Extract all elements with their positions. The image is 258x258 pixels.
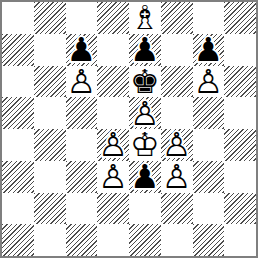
white-pawn-icon: ♙ — [97, 161, 129, 193]
white-pawn-icon: ♙ — [97, 129, 129, 161]
square-a3[interactable] — [2, 161, 34, 193]
square-b7[interactable] — [34, 34, 66, 66]
piece-halo: ♟ — [129, 161, 161, 193]
square-c1[interactable] — [66, 224, 98, 256]
square-d2[interactable] — [97, 193, 129, 225]
black-pawn-icon: ♟ — [129, 161, 161, 193]
piece-halo: ♚ — [129, 66, 161, 98]
square-h2[interactable] — [224, 193, 256, 225]
piece-halo: ♟ — [161, 161, 193, 193]
square-b1[interactable] — [34, 224, 66, 256]
chess-board: ♝♗♟♟♟♟♟♟♟♙♚♚♟♙♟♙♟♙♚♔♟♙♟♙♟♟♟♙ — [2, 2, 256, 256]
piece-halo: ♟ — [66, 34, 98, 66]
white-pawn-icon: ♙ — [161, 161, 193, 193]
piece-halo: ♟ — [97, 161, 129, 193]
piece-halo: ♟ — [161, 129, 193, 161]
square-f7[interactable] — [161, 34, 193, 66]
white-king-icon: ♔ — [129, 129, 161, 161]
square-b3[interactable] — [34, 161, 66, 193]
piece-halo: ♟ — [129, 34, 161, 66]
square-g5[interactable] — [193, 97, 225, 129]
square-d7[interactable] — [97, 34, 129, 66]
square-h7[interactable] — [224, 34, 256, 66]
square-b8[interactable] — [34, 2, 66, 34]
square-d8[interactable] — [97, 2, 129, 34]
square-g1[interactable] — [193, 224, 225, 256]
square-f4[interactable]: ♟♙ — [161, 129, 193, 161]
black-pawn-icon: ♟ — [66, 34, 98, 66]
square-a6[interactable] — [2, 66, 34, 98]
piece-halo: ♟ — [129, 97, 161, 129]
board-frame: ♝♗♟♟♟♟♟♟♟♙♚♚♟♙♟♙♟♙♚♔♟♙♟♙♟♟♟♙ — [0, 0, 258, 258]
square-f6[interactable] — [161, 66, 193, 98]
square-c2[interactable] — [66, 193, 98, 225]
square-a2[interactable] — [2, 193, 34, 225]
square-e6[interactable]: ♚♚ — [129, 66, 161, 98]
square-c8[interactable] — [66, 2, 98, 34]
square-b2[interactable] — [34, 193, 66, 225]
square-b5[interactable] — [34, 97, 66, 129]
square-d4[interactable]: ♟♙ — [97, 129, 129, 161]
square-c4[interactable] — [66, 129, 98, 161]
square-h4[interactable] — [224, 129, 256, 161]
white-pawn-icon: ♙ — [193, 66, 225, 98]
square-a7[interactable] — [2, 34, 34, 66]
piece-halo: ♚ — [129, 129, 161, 161]
square-e1[interactable] — [129, 224, 161, 256]
square-e7[interactable]: ♟♟ — [129, 34, 161, 66]
square-d5[interactable] — [97, 97, 129, 129]
black-pawn-icon: ♟ — [193, 34, 225, 66]
piece-halo: ♟ — [97, 129, 129, 161]
black-pawn-icon: ♟ — [129, 34, 161, 66]
square-f3[interactable]: ♟♙ — [161, 161, 193, 193]
square-f8[interactable] — [161, 2, 193, 34]
piece-halo: ♟ — [193, 66, 225, 98]
square-g2[interactable] — [193, 193, 225, 225]
square-f5[interactable] — [161, 97, 193, 129]
square-e2[interactable] — [129, 193, 161, 225]
square-e5[interactable]: ♟♙ — [129, 97, 161, 129]
square-f1[interactable] — [161, 224, 193, 256]
square-g7[interactable]: ♟♟ — [193, 34, 225, 66]
piece-halo: ♝ — [129, 2, 161, 34]
square-h5[interactable] — [224, 97, 256, 129]
square-h1[interactable] — [224, 224, 256, 256]
square-a8[interactable] — [2, 2, 34, 34]
square-e8[interactable]: ♝♗ — [129, 2, 161, 34]
square-a1[interactable] — [2, 224, 34, 256]
square-h6[interactable] — [224, 66, 256, 98]
square-d3[interactable]: ♟♙ — [97, 161, 129, 193]
white-bishop-icon: ♗ — [129, 2, 161, 34]
square-g8[interactable] — [193, 2, 225, 34]
black-king-icon: ♚ — [129, 66, 161, 98]
piece-halo: ♟ — [193, 34, 225, 66]
square-g3[interactable] — [193, 161, 225, 193]
square-a4[interactable] — [2, 129, 34, 161]
square-b6[interactable] — [34, 66, 66, 98]
square-g4[interactable] — [193, 129, 225, 161]
square-d6[interactable] — [97, 66, 129, 98]
square-d1[interactable] — [97, 224, 129, 256]
square-h8[interactable] — [224, 2, 256, 34]
square-c5[interactable] — [66, 97, 98, 129]
white-pawn-icon: ♙ — [66, 66, 98, 98]
square-c3[interactable] — [66, 161, 98, 193]
square-a5[interactable] — [2, 97, 34, 129]
square-h3[interactable] — [224, 161, 256, 193]
piece-halo: ♟ — [66, 66, 98, 98]
square-f2[interactable] — [161, 193, 193, 225]
square-c7[interactable]: ♟♟ — [66, 34, 98, 66]
square-e4[interactable]: ♚♔ — [129, 129, 161, 161]
white-pawn-icon: ♙ — [129, 97, 161, 129]
square-b4[interactable] — [34, 129, 66, 161]
square-c6[interactable]: ♟♙ — [66, 66, 98, 98]
square-g6[interactable]: ♟♙ — [193, 66, 225, 98]
white-pawn-icon: ♙ — [161, 129, 193, 161]
square-e3[interactable]: ♟♟ — [129, 161, 161, 193]
